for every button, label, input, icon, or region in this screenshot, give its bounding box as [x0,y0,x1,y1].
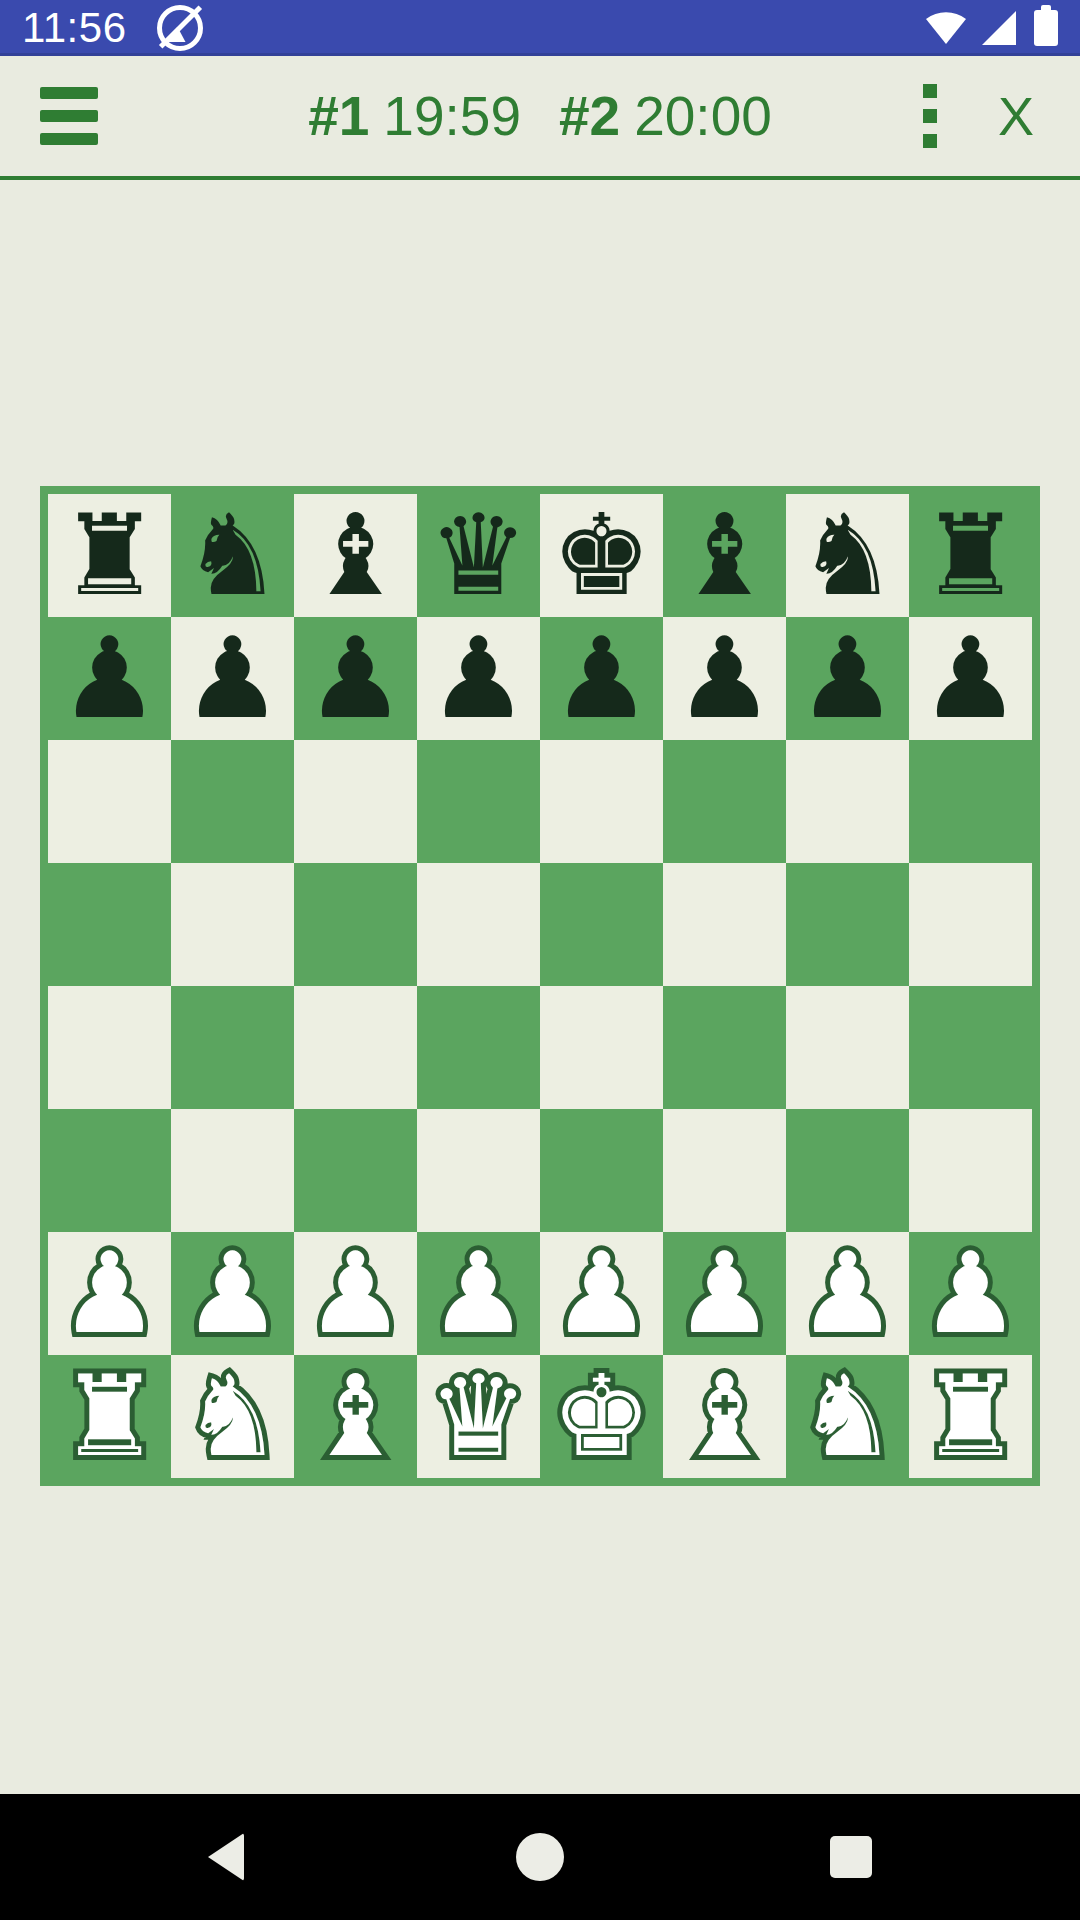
square-h7[interactable]: ♟ [909,617,1032,740]
square-g8[interactable]: ♞ [786,494,909,617]
square-a6[interactable] [48,740,171,863]
status-bar-icons [924,10,1058,46]
app-notification-icon [157,5,203,51]
black-pawn: ♟ [182,617,282,740]
black-queen: ♛ [428,494,528,617]
close-button[interactable]: X [988,81,1044,151]
black-pawn: ♟ [797,617,897,740]
app-toolbar: #1 19:59 #2 20:00 X [0,56,1080,180]
black-pawn: ♟ [674,617,774,740]
square-b1[interactable]: ♞ [171,1355,294,1478]
black-knight: ♞ [797,494,897,617]
square-h2[interactable]: ♟ [909,1232,1032,1355]
square-b6[interactable] [171,740,294,863]
square-a3[interactable] [48,1109,171,1232]
square-c8[interactable]: ♝ [294,494,417,617]
nav-home-icon[interactable] [516,1833,564,1881]
square-c3[interactable] [294,1109,417,1232]
white-pawn: ♟ [428,1232,528,1355]
black-pawn: ♟ [551,617,651,740]
square-e5[interactable] [540,863,663,986]
square-a8[interactable]: ♜ [48,494,171,617]
white-rook: ♜ [59,1355,159,1478]
clock2-label: #2 [559,84,620,148]
white-pawn: ♟ [920,1232,1020,1355]
square-e1[interactable]: ♚ [540,1355,663,1478]
white-knight: ♞ [182,1355,282,1478]
square-h5[interactable] [909,863,1032,986]
square-b8[interactable]: ♞ [171,494,294,617]
wifi-icon [924,11,968,45]
square-b3[interactable] [171,1109,294,1232]
white-bishop: ♝ [674,1355,774,1478]
square-f6[interactable] [663,740,786,863]
status-time: 11:56 [22,4,127,52]
square-g7[interactable]: ♟ [786,617,909,740]
square-d7[interactable]: ♟ [417,617,540,740]
square-g5[interactable] [786,863,909,986]
black-pawn: ♟ [305,617,405,740]
square-b5[interactable] [171,863,294,986]
square-h6[interactable] [909,740,1032,863]
square-a5[interactable] [48,863,171,986]
black-knight: ♞ [182,494,282,617]
status-bar: 11:56 [0,0,1080,56]
square-h3[interactable] [909,1109,1032,1232]
white-rook: ♜ [920,1355,1020,1478]
square-a7[interactable]: ♟ [48,617,171,740]
white-pawn: ♟ [305,1232,405,1355]
square-e6[interactable] [540,740,663,863]
square-e4[interactable] [540,986,663,1109]
square-h4[interactable] [909,986,1032,1109]
square-e7[interactable]: ♟ [540,617,663,740]
square-b4[interactable] [171,986,294,1109]
square-f8[interactable]: ♝ [663,494,786,617]
square-c7[interactable]: ♟ [294,617,417,740]
square-e3[interactable] [540,1109,663,1232]
square-a2[interactable]: ♟ [48,1232,171,1355]
black-pawn: ♟ [920,617,1020,740]
black-rook: ♜ [59,494,159,617]
square-c5[interactable] [294,863,417,986]
square-c4[interactable] [294,986,417,1109]
white-pawn: ♟ [674,1232,774,1355]
white-pawn: ♟ [182,1232,282,1355]
square-a4[interactable] [48,986,171,1109]
white-bishop: ♝ [305,1355,405,1478]
square-e8[interactable]: ♚ [540,494,663,617]
black-bishop: ♝ [674,494,774,617]
black-king: ♚ [551,494,651,617]
white-pawn: ♟ [797,1232,897,1355]
main-content: ♜♞♝♛♚♝♞♜♟♟♟♟♟♟♟♟♟♟♟♟♟♟♟♟♜♞♝♛♚♝♞♜ [0,180,1080,1794]
square-f5[interactable] [663,863,786,986]
square-b7[interactable]: ♟ [171,617,294,740]
square-d1[interactable]: ♛ [417,1355,540,1478]
square-g1[interactable]: ♞ [786,1355,909,1478]
square-c6[interactable] [294,740,417,863]
square-f4[interactable] [663,986,786,1109]
overflow-menu-icon[interactable] [915,76,945,156]
white-king: ♚ [551,1355,651,1478]
white-pawn: ♟ [59,1232,159,1355]
square-g3[interactable] [786,1109,909,1232]
black-pawn: ♟ [59,617,159,740]
clock2-time: 20:00 [634,84,772,148]
square-d3[interactable] [417,1109,540,1232]
black-rook: ♜ [920,494,1020,617]
square-g4[interactable] [786,986,909,1109]
phone-screen: 11:56 #1 19:59 #2 20:00 [0,0,1080,1920]
square-b2[interactable]: ♟ [171,1232,294,1355]
square-c2[interactable]: ♟ [294,1232,417,1355]
white-knight: ♞ [797,1355,897,1478]
square-f3[interactable] [663,1109,786,1232]
square-d6[interactable] [417,740,540,863]
square-d8[interactable]: ♛ [417,494,540,617]
square-g2[interactable]: ♟ [786,1232,909,1355]
chess-board[interactable]: ♜♞♝♛♚♝♞♜♟♟♟♟♟♟♟♟♟♟♟♟♟♟♟♟♜♞♝♛♚♝♞♜ [40,486,1040,1486]
square-g6[interactable] [786,740,909,863]
square-a1[interactable]: ♜ [48,1355,171,1478]
square-f2[interactable]: ♟ [663,1232,786,1355]
clock1-label: #1 [308,84,369,148]
square-c1[interactable]: ♝ [294,1355,417,1478]
battery-icon [1034,10,1058,46]
clock-title: #1 19:59 #2 20:00 [308,84,772,148]
clock1-time: 19:59 [383,84,521,148]
nav-recents-icon[interactable] [830,1836,872,1878]
android-nav-bar [0,1794,1080,1920]
square-d2[interactable]: ♟ [417,1232,540,1355]
square-f7[interactable]: ♟ [663,617,786,740]
black-pawn: ♟ [428,617,528,740]
square-h1[interactable]: ♜ [909,1355,1032,1478]
white-queen: ♛ [428,1355,528,1478]
menu-hamburger-icon[interactable] [40,87,98,145]
square-e2[interactable]: ♟ [540,1232,663,1355]
square-d5[interactable] [417,863,540,986]
square-d4[interactable] [417,986,540,1109]
white-pawn: ♟ [551,1232,651,1355]
nav-back-icon[interactable] [208,1833,244,1881]
square-f1[interactable]: ♝ [663,1355,786,1478]
black-bishop: ♝ [305,494,405,617]
square-h8[interactable]: ♜ [909,494,1032,617]
cell-signal-icon [982,11,1016,45]
